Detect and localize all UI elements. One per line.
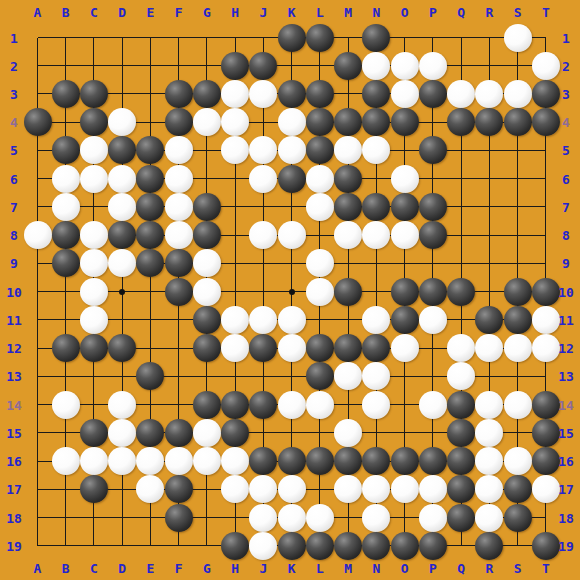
black-stone[interactable]: ● bbox=[532, 391, 560, 419]
black-stone[interactable]: ● bbox=[193, 391, 221, 419]
white-stone[interactable]: ● bbox=[362, 52, 390, 80]
white-stone[interactable]: ● bbox=[334, 475, 362, 503]
row-label: 6 bbox=[562, 171, 570, 186]
black-stone[interactable]: ● bbox=[278, 80, 306, 108]
black-stone[interactable]: ● bbox=[249, 52, 277, 80]
black-stone[interactable]: ● bbox=[447, 504, 475, 532]
black-stone[interactable]: ● bbox=[532, 447, 560, 475]
black-stone[interactable]: ● bbox=[504, 504, 532, 532]
white-stone[interactable]: ● bbox=[108, 193, 136, 221]
black-stone[interactable]: ● bbox=[193, 193, 221, 221]
black-stone[interactable]: ● bbox=[334, 278, 362, 306]
column-label: J bbox=[259, 5, 267, 20]
black-stone[interactable]: ● bbox=[193, 334, 221, 362]
white-stone[interactable]: ● bbox=[278, 475, 306, 503]
white-stone[interactable]: ● bbox=[24, 221, 52, 249]
black-stone[interactable]: ● bbox=[306, 108, 334, 136]
black-stone[interactable]: ● bbox=[80, 419, 108, 447]
white-stone[interactable]: ● bbox=[278, 221, 306, 249]
black-stone[interactable]: ● bbox=[278, 447, 306, 475]
black-stone[interactable]: ● bbox=[306, 334, 334, 362]
row-label: 9 bbox=[562, 256, 570, 271]
black-stone[interactable]: ● bbox=[165, 475, 193, 503]
black-stone[interactable]: ● bbox=[165, 278, 193, 306]
white-stone[interactable]: ● bbox=[334, 221, 362, 249]
white-stone[interactable]: ● bbox=[278, 136, 306, 164]
white-stone[interactable]: ● bbox=[447, 334, 475, 362]
black-stone[interactable]: ● bbox=[447, 419, 475, 447]
black-stone[interactable]: ● bbox=[504, 475, 532, 503]
white-stone[interactable]: ● bbox=[419, 52, 447, 80]
black-stone[interactable]: ● bbox=[362, 24, 390, 52]
white-stone[interactable]: ● bbox=[193, 447, 221, 475]
row-label: 7 bbox=[562, 199, 570, 214]
white-stone[interactable]: ● bbox=[532, 334, 560, 362]
white-stone[interactable]: ● bbox=[108, 391, 136, 419]
white-stone[interactable]: ● bbox=[306, 165, 334, 193]
white-stone[interactable]: ● bbox=[278, 504, 306, 532]
white-stone[interactable]: ● bbox=[249, 80, 277, 108]
black-stone[interactable]: ● bbox=[52, 80, 80, 108]
white-stone[interactable]: ● bbox=[362, 475, 390, 503]
black-stone[interactable]: ● bbox=[52, 334, 80, 362]
black-stone[interactable]: ● bbox=[419, 193, 447, 221]
white-stone[interactable]: ● bbox=[80, 136, 108, 164]
row-label: 18 bbox=[558, 510, 574, 525]
row-label: 16 bbox=[558, 454, 574, 469]
black-stone[interactable]: ● bbox=[334, 52, 362, 80]
black-stone[interactable]: ● bbox=[334, 447, 362, 475]
column-label: Q bbox=[457, 561, 465, 576]
black-stone[interactable]: ● bbox=[306, 532, 334, 560]
white-stone[interactable]: ● bbox=[504, 447, 532, 475]
white-stone[interactable]: ● bbox=[475, 504, 503, 532]
column-label: G bbox=[203, 561, 211, 576]
column-label: M bbox=[344, 561, 352, 576]
black-stone[interactable]: ● bbox=[391, 193, 419, 221]
white-stone[interactable]: ● bbox=[532, 52, 560, 80]
black-stone[interactable]: ● bbox=[136, 419, 164, 447]
black-stone[interactable]: ● bbox=[532, 108, 560, 136]
column-label: K bbox=[288, 5, 296, 20]
white-stone[interactable]: ● bbox=[80, 447, 108, 475]
black-stone[interactable]: ● bbox=[278, 24, 306, 52]
row-label: 3 bbox=[562, 86, 570, 101]
row-label: 4 bbox=[562, 115, 570, 130]
black-stone[interactable]: ● bbox=[221, 532, 249, 560]
column-label: O bbox=[401, 5, 409, 20]
column-label: R bbox=[485, 5, 493, 20]
column-label: C bbox=[90, 5, 98, 20]
black-stone[interactable]: ● bbox=[136, 249, 164, 277]
column-label: T bbox=[542, 5, 550, 20]
column-label: N bbox=[372, 561, 380, 576]
row-label: 16 bbox=[6, 454, 22, 469]
white-stone[interactable]: ● bbox=[193, 249, 221, 277]
row-label: 10 bbox=[6, 284, 22, 299]
white-stone[interactable]: ● bbox=[475, 391, 503, 419]
white-stone[interactable]: ● bbox=[306, 249, 334, 277]
column-label: A bbox=[34, 561, 42, 576]
row-label: 17 bbox=[6, 482, 22, 497]
black-stone[interactable]: ● bbox=[249, 447, 277, 475]
black-stone[interactable]: ● bbox=[80, 80, 108, 108]
white-stone[interactable]: ● bbox=[419, 475, 447, 503]
white-stone[interactable]: ● bbox=[278, 391, 306, 419]
white-stone[interactable]: ● bbox=[362, 504, 390, 532]
white-stone[interactable]: ● bbox=[221, 80, 249, 108]
black-stone[interactable]: ● bbox=[306, 24, 334, 52]
black-stone[interactable]: ● bbox=[447, 475, 475, 503]
white-stone[interactable]: ● bbox=[165, 193, 193, 221]
white-stone[interactable]: ● bbox=[221, 136, 249, 164]
column-label: E bbox=[147, 561, 155, 576]
white-stone[interactable]: ● bbox=[221, 306, 249, 334]
white-stone[interactable]: ● bbox=[80, 249, 108, 277]
row-label: 13 bbox=[558, 369, 574, 384]
black-stone[interactable]: ● bbox=[504, 278, 532, 306]
row-label: 14 bbox=[6, 397, 22, 412]
black-stone[interactable]: ● bbox=[136, 165, 164, 193]
column-label: B bbox=[62, 5, 70, 20]
black-stone[interactable]: ● bbox=[419, 532, 447, 560]
black-stone[interactable]: ● bbox=[165, 419, 193, 447]
black-stone[interactable]: ● bbox=[24, 108, 52, 136]
column-label: H bbox=[231, 5, 239, 20]
black-stone[interactable]: ● bbox=[391, 306, 419, 334]
white-stone[interactable]: ● bbox=[362, 391, 390, 419]
row-label: 15 bbox=[6, 425, 22, 440]
column-label: N bbox=[372, 5, 380, 20]
black-stone[interactable]: ● bbox=[532, 80, 560, 108]
column-label: E bbox=[147, 5, 155, 20]
white-stone[interactable]: ● bbox=[165, 136, 193, 164]
black-stone[interactable]: ● bbox=[193, 221, 221, 249]
row-label: 17 bbox=[558, 482, 574, 497]
black-stone[interactable]: ● bbox=[447, 278, 475, 306]
white-stone[interactable]: ● bbox=[362, 221, 390, 249]
black-stone[interactable]: ● bbox=[362, 108, 390, 136]
star-point bbox=[119, 289, 125, 295]
black-stone[interactable]: ● bbox=[334, 532, 362, 560]
row-label: 3 bbox=[10, 86, 18, 101]
column-label: A bbox=[34, 5, 42, 20]
white-stone[interactable]: ● bbox=[362, 306, 390, 334]
row-label: 8 bbox=[562, 228, 570, 243]
white-stone[interactable]: ● bbox=[52, 193, 80, 221]
white-stone[interactable]: ● bbox=[80, 165, 108, 193]
white-stone[interactable]: ● bbox=[306, 193, 334, 221]
black-stone[interactable]: ● bbox=[165, 108, 193, 136]
black-stone[interactable]: ● bbox=[249, 334, 277, 362]
row-label: 11 bbox=[6, 312, 22, 327]
black-stone[interactable]: ● bbox=[108, 334, 136, 362]
row-label: 18 bbox=[6, 510, 22, 525]
white-stone[interactable]: ● bbox=[165, 447, 193, 475]
white-stone[interactable]: ● bbox=[306, 391, 334, 419]
black-stone[interactable]: ● bbox=[447, 108, 475, 136]
black-stone[interactable]: ● bbox=[52, 221, 80, 249]
white-stone[interactable]: ● bbox=[391, 52, 419, 80]
white-stone[interactable]: ● bbox=[447, 80, 475, 108]
black-stone[interactable]: ● bbox=[362, 334, 390, 362]
white-stone[interactable]: ● bbox=[193, 419, 221, 447]
black-stone[interactable]: ● bbox=[221, 419, 249, 447]
black-stone[interactable]: ● bbox=[391, 532, 419, 560]
black-stone[interactable]: ● bbox=[278, 532, 306, 560]
black-stone[interactable]: ● bbox=[419, 136, 447, 164]
white-stone[interactable]: ● bbox=[136, 447, 164, 475]
black-stone[interactable]: ● bbox=[165, 504, 193, 532]
row-label: 11 bbox=[558, 312, 574, 327]
black-stone[interactable]: ● bbox=[306, 447, 334, 475]
white-stone[interactable]: ● bbox=[80, 278, 108, 306]
row-label: 5 bbox=[10, 143, 18, 158]
column-label: D bbox=[118, 561, 126, 576]
row-label: 2 bbox=[10, 58, 18, 73]
black-stone[interactable]: ● bbox=[80, 334, 108, 362]
white-stone[interactable]: ● bbox=[504, 334, 532, 362]
black-stone[interactable]: ● bbox=[193, 306, 221, 334]
white-stone[interactable]: ● bbox=[193, 278, 221, 306]
black-stone[interactable]: ● bbox=[475, 108, 503, 136]
white-stone[interactable]: ● bbox=[249, 221, 277, 249]
white-stone[interactable]: ● bbox=[108, 419, 136, 447]
white-stone[interactable]: ● bbox=[419, 306, 447, 334]
white-stone[interactable]: ● bbox=[334, 419, 362, 447]
white-stone[interactable]: ● bbox=[532, 475, 560, 503]
black-stone[interactable]: ● bbox=[475, 306, 503, 334]
column-label: C bbox=[90, 561, 98, 576]
black-stone[interactable]: ● bbox=[165, 249, 193, 277]
black-stone[interactable]: ● bbox=[334, 108, 362, 136]
white-stone[interactable]: ● bbox=[475, 419, 503, 447]
black-stone[interactable]: ● bbox=[504, 108, 532, 136]
white-stone[interactable]: ● bbox=[391, 334, 419, 362]
white-stone[interactable]: ● bbox=[391, 80, 419, 108]
black-stone[interactable]: ● bbox=[334, 334, 362, 362]
column-label: Q bbox=[457, 5, 465, 20]
white-stone[interactable]: ● bbox=[504, 24, 532, 52]
white-stone[interactable]: ● bbox=[52, 391, 80, 419]
white-stone[interactable]: ● bbox=[278, 108, 306, 136]
black-stone[interactable]: ● bbox=[221, 391, 249, 419]
row-label: 9 bbox=[10, 256, 18, 271]
white-stone[interactable]: ● bbox=[362, 362, 390, 390]
black-stone[interactable]: ● bbox=[306, 136, 334, 164]
column-label: M bbox=[344, 5, 352, 20]
black-stone[interactable]: ● bbox=[249, 391, 277, 419]
row-label: 1 bbox=[10, 30, 18, 45]
black-stone[interactable]: ● bbox=[391, 447, 419, 475]
row-label: 8 bbox=[10, 228, 18, 243]
white-stone[interactable]: ● bbox=[52, 447, 80, 475]
black-stone[interactable]: ● bbox=[447, 447, 475, 475]
white-stone[interactable]: ● bbox=[278, 306, 306, 334]
black-stone[interactable]: ● bbox=[80, 108, 108, 136]
white-stone[interactable]: ● bbox=[165, 165, 193, 193]
column-label: S bbox=[514, 561, 522, 576]
white-stone[interactable]: ● bbox=[249, 504, 277, 532]
white-stone[interactable]: ● bbox=[504, 391, 532, 419]
column-label: J bbox=[259, 561, 267, 576]
column-label: P bbox=[429, 5, 437, 20]
column-label: F bbox=[175, 5, 183, 20]
white-stone[interactable]: ● bbox=[221, 447, 249, 475]
row-label: 19 bbox=[558, 538, 574, 553]
black-stone[interactable]: ● bbox=[334, 193, 362, 221]
white-stone[interactable]: ● bbox=[52, 165, 80, 193]
black-stone[interactable]: ● bbox=[362, 80, 390, 108]
column-label: K bbox=[288, 561, 296, 576]
white-stone[interactable]: ● bbox=[504, 80, 532, 108]
column-label: O bbox=[401, 561, 409, 576]
white-stone[interactable]: ● bbox=[108, 249, 136, 277]
white-stone[interactable]: ● bbox=[249, 532, 277, 560]
column-label: S bbox=[514, 5, 522, 20]
black-stone[interactable]: ● bbox=[419, 80, 447, 108]
black-stone[interactable]: ● bbox=[362, 447, 390, 475]
row-label: 15 bbox=[558, 425, 574, 440]
black-stone[interactable]: ● bbox=[362, 532, 390, 560]
black-stone[interactable]: ● bbox=[221, 52, 249, 80]
black-stone[interactable]: ● bbox=[391, 278, 419, 306]
go-board[interactable]: ●●●●●●●●●●●●●●●●●●●●●●●●●●●●●●●●●●●●●●●●… bbox=[0, 0, 580, 580]
white-stone[interactable]: ● bbox=[334, 362, 362, 390]
white-stone[interactable]: ● bbox=[334, 136, 362, 164]
white-stone[interactable]: ● bbox=[193, 108, 221, 136]
row-label: 4 bbox=[10, 115, 18, 130]
black-stone[interactable]: ● bbox=[136, 193, 164, 221]
white-stone[interactable]: ● bbox=[221, 108, 249, 136]
white-stone[interactable]: ● bbox=[475, 80, 503, 108]
black-stone[interactable]: ● bbox=[52, 249, 80, 277]
row-label: 10 bbox=[558, 284, 574, 299]
column-label: R bbox=[485, 561, 493, 576]
row-label: 2 bbox=[562, 58, 570, 73]
black-stone[interactable]: ● bbox=[136, 221, 164, 249]
black-stone[interactable]: ● bbox=[306, 80, 334, 108]
black-stone[interactable]: ● bbox=[193, 80, 221, 108]
white-stone[interactable]: ● bbox=[475, 447, 503, 475]
white-stone[interactable]: ● bbox=[419, 504, 447, 532]
white-stone[interactable]: ● bbox=[249, 475, 277, 503]
row-label: 12 bbox=[6, 341, 22, 356]
row-label: 12 bbox=[558, 341, 574, 356]
white-stone[interactable]: ● bbox=[108, 165, 136, 193]
row-label: 1 bbox=[562, 30, 570, 45]
black-stone[interactable]: ● bbox=[278, 165, 306, 193]
white-stone[interactable]: ● bbox=[391, 165, 419, 193]
white-stone[interactable]: ● bbox=[80, 306, 108, 334]
white-stone[interactable]: ● bbox=[249, 306, 277, 334]
row-label: 19 bbox=[6, 538, 22, 553]
black-stone[interactable]: ● bbox=[504, 306, 532, 334]
column-label: H bbox=[231, 561, 239, 576]
column-label: L bbox=[316, 561, 324, 576]
column-label: L bbox=[316, 5, 324, 20]
black-stone[interactable]: ● bbox=[80, 475, 108, 503]
white-stone[interactable]: ● bbox=[475, 475, 503, 503]
white-stone[interactable]: ● bbox=[221, 334, 249, 362]
column-label: G bbox=[203, 5, 211, 20]
white-stone[interactable]: ● bbox=[475, 334, 503, 362]
row-label: 13 bbox=[6, 369, 22, 384]
white-stone[interactable]: ● bbox=[108, 108, 136, 136]
column-label: P bbox=[429, 561, 437, 576]
row-label: 6 bbox=[10, 171, 18, 186]
black-stone[interactable]: ● bbox=[532, 278, 560, 306]
white-stone[interactable]: ● bbox=[221, 475, 249, 503]
black-stone[interactable]: ● bbox=[52, 136, 80, 164]
white-stone[interactable]: ● bbox=[249, 165, 277, 193]
white-stone[interactable]: ● bbox=[136, 475, 164, 503]
column-label: F bbox=[175, 561, 183, 576]
white-stone[interactable]: ● bbox=[362, 136, 390, 164]
black-stone[interactable]: ● bbox=[419, 221, 447, 249]
white-stone[interactable]: ● bbox=[391, 475, 419, 503]
black-stone[interactable]: ● bbox=[447, 391, 475, 419]
black-stone[interactable]: ● bbox=[108, 221, 136, 249]
white-stone[interactable]: ● bbox=[165, 221, 193, 249]
column-label: T bbox=[542, 561, 550, 576]
white-stone[interactable]: ● bbox=[249, 136, 277, 164]
white-stone[interactable]: ● bbox=[447, 362, 475, 390]
white-stone[interactable]: ● bbox=[278, 334, 306, 362]
black-stone[interactable]: ● bbox=[532, 532, 560, 560]
black-stone[interactable]: ● bbox=[165, 80, 193, 108]
row-label: 14 bbox=[558, 397, 574, 412]
black-stone[interactable]: ● bbox=[136, 362, 164, 390]
white-stone[interactable]: ● bbox=[80, 221, 108, 249]
row-label: 7 bbox=[10, 199, 18, 214]
white-stone[interactable]: ● bbox=[419, 391, 447, 419]
white-stone[interactable]: ● bbox=[532, 306, 560, 334]
black-stone[interactable]: ● bbox=[334, 165, 362, 193]
column-label: D bbox=[118, 5, 126, 20]
black-stone[interactable]: ● bbox=[391, 108, 419, 136]
black-stone[interactable]: ● bbox=[306, 362, 334, 390]
white-stone[interactable]: ● bbox=[108, 447, 136, 475]
white-stone[interactable]: ● bbox=[391, 221, 419, 249]
black-stone[interactable]: ● bbox=[419, 447, 447, 475]
row-label: 5 bbox=[562, 143, 570, 158]
star-point bbox=[289, 289, 295, 295]
column-label: B bbox=[62, 561, 70, 576]
white-stone[interactable]: ● bbox=[306, 504, 334, 532]
black-stone[interactable]: ● bbox=[532, 419, 560, 447]
black-stone[interactable]: ● bbox=[136, 136, 164, 164]
black-stone[interactable]: ● bbox=[419, 278, 447, 306]
black-stone[interactable]: ● bbox=[108, 136, 136, 164]
white-stone[interactable]: ● bbox=[306, 278, 334, 306]
black-stone[interactable]: ● bbox=[475, 532, 503, 560]
black-stone[interactable]: ● bbox=[362, 193, 390, 221]
